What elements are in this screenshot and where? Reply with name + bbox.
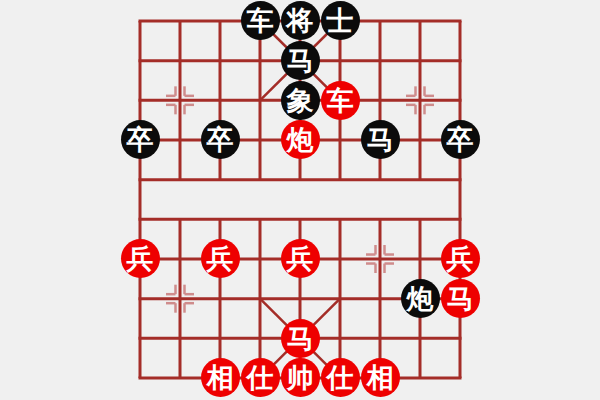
red-piece[interactable]: 帅 bbox=[281, 358, 320, 397]
xiangqi-app: 车将士马象车卒卒炮马卒兵兵兵兵炮马马相仕帅仕相 bbox=[0, 0, 600, 400]
red-piece[interactable]: 相 bbox=[361, 358, 400, 397]
black-piece[interactable]: 卒 bbox=[121, 120, 160, 159]
black-piece[interactable]: 将 bbox=[281, 1, 320, 40]
red-piece[interactable]: 兵 bbox=[281, 239, 320, 278]
xiangqi-board: 车将士马象车卒卒炮马卒兵兵兵兵炮马马相仕帅仕相 bbox=[0, 0, 600, 400]
red-piece[interactable]: 兵 bbox=[121, 239, 160, 278]
black-piece[interactable]: 象 bbox=[281, 81, 320, 120]
black-piece[interactable]: 马 bbox=[361, 120, 400, 159]
red-piece[interactable]: 兵 bbox=[201, 239, 240, 278]
black-piece[interactable]: 马 bbox=[281, 41, 320, 80]
red-piece[interactable]: 马 bbox=[441, 279, 480, 318]
black-piece[interactable]: 卒 bbox=[441, 120, 480, 159]
red-piece[interactable]: 相 bbox=[201, 358, 240, 397]
red-piece[interactable]: 马 bbox=[281, 319, 320, 358]
black-piece[interactable]: 士 bbox=[321, 1, 360, 40]
black-piece[interactable]: 车 bbox=[241, 1, 280, 40]
black-piece[interactable]: 卒 bbox=[201, 120, 240, 159]
pieces-grid: 车将士马象车卒卒炮马卒兵兵兵兵炮马马相仕帅仕相 bbox=[120, 1, 480, 398]
black-piece[interactable]: 炮 bbox=[401, 279, 440, 318]
red-piece[interactable]: 仕 bbox=[321, 358, 360, 397]
red-piece[interactable]: 兵 bbox=[441, 239, 480, 278]
red-piece[interactable]: 仕 bbox=[241, 358, 280, 397]
red-piece[interactable]: 炮 bbox=[281, 120, 320, 159]
red-piece[interactable]: 车 bbox=[321, 81, 360, 120]
